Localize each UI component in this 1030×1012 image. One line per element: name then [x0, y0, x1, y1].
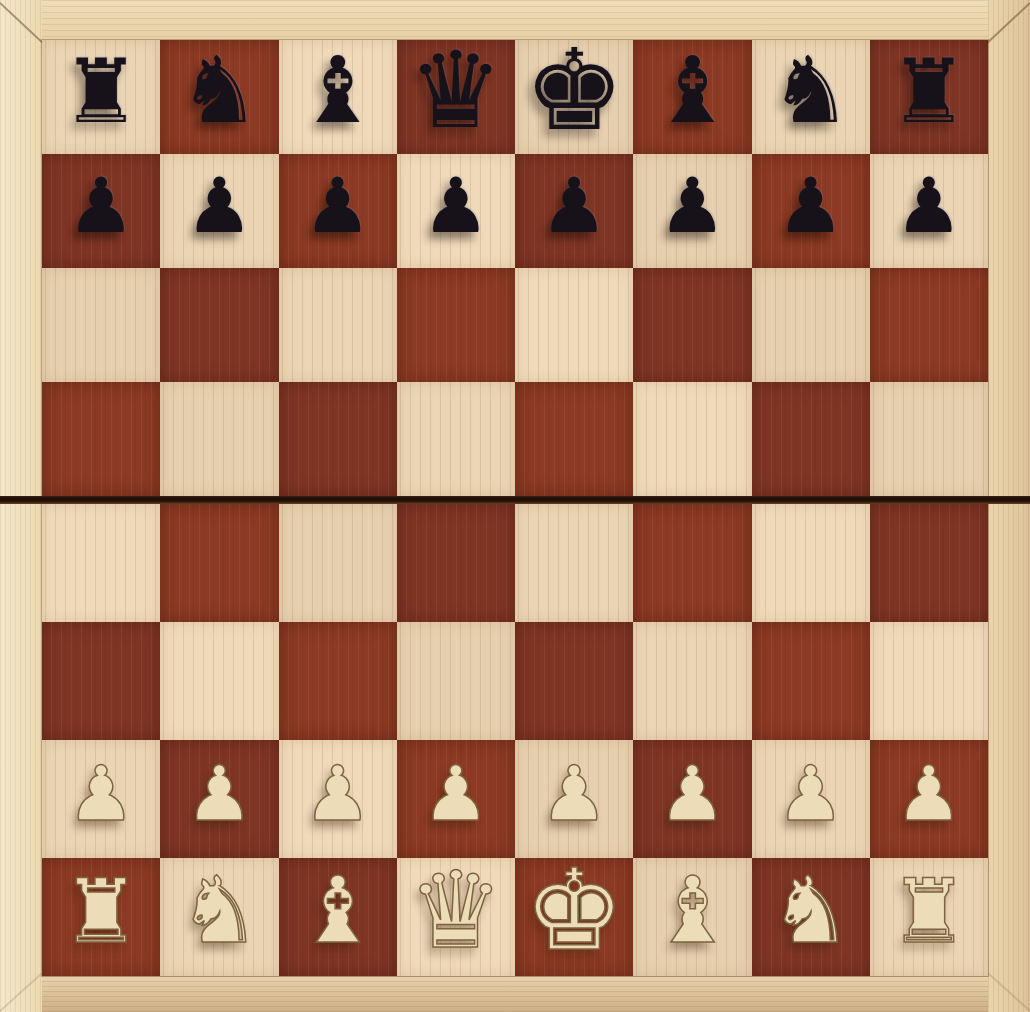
square-c7[interactable]: ♟: [279, 154, 397, 268]
piece-white-knight[interactable]: ♞: [769, 865, 851, 957]
board-frame-top: [0, 0, 1030, 40]
piece-black-pawn[interactable]: ♟: [540, 168, 608, 244]
square-f8[interactable]: ♝: [633, 40, 751, 154]
piece-black-pawn[interactable]: ♟: [777, 168, 845, 244]
piece-black-rook[interactable]: ♜: [889, 48, 968, 136]
square-d8[interactable]: ♛: [397, 40, 515, 154]
piece-white-knight[interactable]: ♞: [178, 865, 260, 957]
piece-black-knight[interactable]: ♞: [769, 45, 851, 137]
piece-white-bishop[interactable]: ♝: [651, 865, 733, 957]
chess-board: ♜♞♝♛♚♝♞♜♟♟♟♟♟♟♟♟♟♟♟♟♟♟♟♟♜♞♝♛♚♝♞♜: [42, 40, 988, 976]
piece-black-pawn[interactable]: ♟: [67, 168, 135, 244]
square-b6[interactable]: [160, 268, 278, 382]
square-a8[interactable]: ♜: [42, 40, 160, 154]
square-g5[interactable]: [752, 382, 870, 496]
square-g1[interactable]: ♞: [752, 858, 870, 976]
square-h4[interactable]: [870, 504, 988, 622]
square-g3[interactable]: [752, 622, 870, 740]
square-c2[interactable]: ♟: [279, 740, 397, 858]
square-g7[interactable]: ♟: [752, 154, 870, 268]
square-f6[interactable]: [633, 268, 751, 382]
square-c1[interactable]: ♝: [279, 858, 397, 976]
square-a5[interactable]: [42, 382, 160, 496]
square-f4[interactable]: [633, 504, 751, 622]
square-h3[interactable]: [870, 622, 988, 740]
square-e3[interactable]: [515, 622, 633, 740]
square-b3[interactable]: [160, 622, 278, 740]
square-e7[interactable]: ♟: [515, 154, 633, 268]
piece-black-knight[interactable]: ♞: [178, 45, 260, 137]
piece-black-pawn[interactable]: ♟: [304, 168, 372, 244]
square-b2[interactable]: ♟: [160, 740, 278, 858]
square-c3[interactable]: [279, 622, 397, 740]
square-a1[interactable]: ♜: [42, 858, 160, 976]
square-e1[interactable]: ♚: [515, 858, 633, 976]
square-e6[interactable]: [515, 268, 633, 382]
square-b4[interactable]: [160, 504, 278, 622]
square-f1[interactable]: ♝: [633, 858, 751, 976]
square-h8[interactable]: ♜: [870, 40, 988, 154]
square-h1[interactable]: ♜: [870, 858, 988, 976]
square-d1[interactable]: ♛: [397, 858, 515, 976]
piece-black-pawn[interactable]: ♟: [658, 168, 726, 244]
piece-black-bishop[interactable]: ♝: [296, 45, 378, 137]
piece-white-rook[interactable]: ♜: [62, 868, 141, 956]
square-c4[interactable]: [279, 504, 397, 622]
square-h6[interactable]: [870, 268, 988, 382]
square-b5[interactable]: [160, 382, 278, 496]
piece-white-pawn[interactable]: ♟: [185, 756, 253, 832]
square-b1[interactable]: ♞: [160, 858, 278, 976]
piece-black-pawn[interactable]: ♟: [422, 168, 490, 244]
square-a2[interactable]: ♟: [42, 740, 160, 858]
square-b8[interactable]: ♞: [160, 40, 278, 154]
square-g8[interactable]: ♞: [752, 40, 870, 154]
piece-white-pawn[interactable]: ♟: [658, 756, 726, 832]
piece-black-queen[interactable]: ♛: [408, 38, 503, 144]
square-e4[interactable]: [515, 504, 633, 622]
square-a3[interactable]: [42, 622, 160, 740]
square-g2[interactable]: ♟: [752, 740, 870, 858]
chessboard-photo: ♜♞♝♛♚♝♞♜♟♟♟♟♟♟♟♟♟♟♟♟♟♟♟♟♜♞♝♛♚♝♞♜: [0, 0, 1030, 1012]
piece-white-pawn[interactable]: ♟: [304, 756, 372, 832]
piece-white-bishop[interactable]: ♝: [296, 865, 378, 957]
square-d7[interactable]: ♟: [397, 154, 515, 268]
square-d3[interactable]: [397, 622, 515, 740]
piece-white-pawn[interactable]: ♟: [422, 756, 490, 832]
square-c6[interactable]: [279, 268, 397, 382]
square-a4[interactable]: [42, 504, 160, 622]
board-frame-left: [0, 0, 42, 1012]
square-e5[interactable]: [515, 382, 633, 496]
board-frame-bottom: [0, 976, 1030, 1012]
piece-black-bishop[interactable]: ♝: [651, 45, 733, 137]
square-c5[interactable]: [279, 382, 397, 496]
piece-white-pawn[interactable]: ♟: [895, 756, 963, 832]
piece-black-pawn[interactable]: ♟: [185, 168, 253, 244]
square-a6[interactable]: [42, 268, 160, 382]
square-b7[interactable]: ♟: [160, 154, 278, 268]
piece-white-rook[interactable]: ♜: [889, 868, 968, 956]
square-d2[interactable]: ♟: [397, 740, 515, 858]
square-d6[interactable]: [397, 268, 515, 382]
square-g4[interactable]: [752, 504, 870, 622]
piece-white-pawn[interactable]: ♟: [777, 756, 845, 832]
piece-white-king[interactable]: ♚: [524, 854, 624, 966]
square-d4[interactable]: [397, 504, 515, 622]
square-h7[interactable]: ♟: [870, 154, 988, 268]
square-a7[interactable]: ♟: [42, 154, 160, 268]
piece-white-queen[interactable]: ♛: [408, 858, 503, 964]
piece-black-rook[interactable]: ♜: [62, 48, 141, 136]
board-hinge-seam: [0, 496, 1030, 504]
board-frame-right: [988, 0, 1030, 1012]
square-f5[interactable]: [633, 382, 751, 496]
square-h2[interactable]: ♟: [870, 740, 988, 858]
piece-white-pawn[interactable]: ♟: [67, 756, 135, 832]
piece-black-pawn[interactable]: ♟: [895, 168, 963, 244]
square-c8[interactable]: ♝: [279, 40, 397, 154]
square-d5[interactable]: [397, 382, 515, 496]
piece-black-king[interactable]: ♚: [524, 34, 624, 146]
piece-white-pawn[interactable]: ♟: [540, 756, 608, 832]
square-f2[interactable]: ♟: [633, 740, 751, 858]
square-f3[interactable]: [633, 622, 751, 740]
square-h5[interactable]: [870, 382, 988, 496]
square-e2[interactable]: ♟: [515, 740, 633, 858]
square-g6[interactable]: [752, 268, 870, 382]
square-e8[interactable]: ♚: [515, 40, 633, 154]
square-f7[interactable]: ♟: [633, 154, 751, 268]
